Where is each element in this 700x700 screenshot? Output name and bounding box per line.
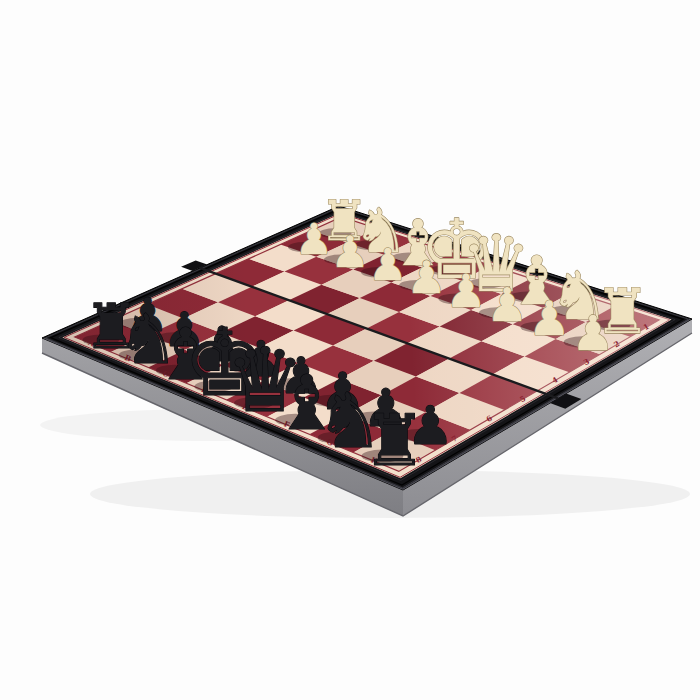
piece-white-pawn-g2: ♟ bbox=[528, 291, 571, 346]
piece-white-pawn-d2: ♟ bbox=[406, 251, 446, 304]
piece-white-pawn-e2: ♟ bbox=[446, 264, 487, 318]
piece-white-pawn-a2: ♟ bbox=[295, 214, 333, 264]
chess-set-photo: ABCDEFGH87654321♜♞♟♝♟♚♟♛♟♝♟♞♟♟♜♟♟♜♟♟♞♟♝♟… bbox=[0, 0, 700, 700]
piece-white-pawn-c2: ♟ bbox=[368, 239, 408, 290]
piece-black-rook-h8: ♜ bbox=[362, 399, 426, 482]
piece-white-pawn-h2: ♟ bbox=[571, 305, 614, 361]
piece-white-pawn-b2: ♟ bbox=[331, 227, 370, 277]
piece-white-pawn-f2: ♟ bbox=[486, 278, 528, 332]
chess-board-svg: ABCDEFGH87654321♜♞♟♝♟♚♟♛♟♝♟♞♟♟♜♟♟♜♟♟♞♟♝♟… bbox=[0, 0, 700, 700]
